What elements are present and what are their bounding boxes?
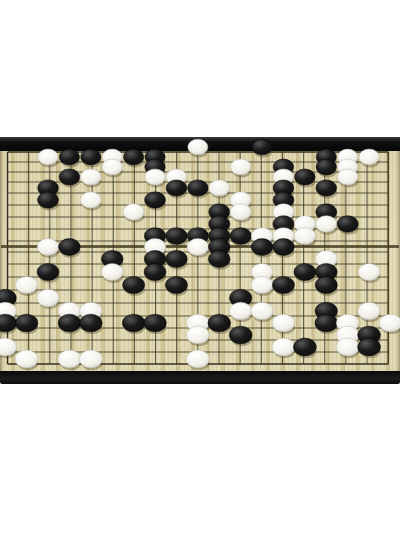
white-stone bbox=[230, 204, 251, 220]
black-stone bbox=[273, 239, 295, 256]
white-stone bbox=[359, 149, 379, 165]
black-stone bbox=[272, 276, 294, 293]
white-stone bbox=[37, 239, 59, 256]
white-stone bbox=[15, 350, 38, 368]
black-stone bbox=[166, 228, 187, 245]
white-stone bbox=[209, 180, 230, 196]
white-stone bbox=[379, 314, 400, 332]
white-stone bbox=[358, 302, 380, 319]
white-stone bbox=[80, 192, 101, 208]
white-stone bbox=[58, 350, 81, 368]
white-stone bbox=[188, 139, 208, 155]
black-stone bbox=[122, 314, 145, 332]
white-stone bbox=[186, 326, 209, 344]
black-stone bbox=[252, 139, 272, 155]
black-stone bbox=[144, 263, 166, 280]
black-stone bbox=[15, 314, 38, 332]
white-stone bbox=[16, 276, 38, 293]
white-stone bbox=[230, 159, 250, 175]
white-stone bbox=[316, 216, 337, 233]
white-stone bbox=[123, 204, 144, 220]
white-stone bbox=[251, 302, 273, 319]
black-stone bbox=[144, 314, 167, 332]
black-stone bbox=[230, 228, 251, 245]
black-stone bbox=[38, 192, 59, 208]
white-stone bbox=[337, 169, 358, 185]
white-stone bbox=[81, 169, 102, 185]
black-stone bbox=[58, 314, 81, 332]
black-stone bbox=[315, 276, 337, 293]
go-board bbox=[0, 0, 400, 540]
white-stone bbox=[37, 289, 59, 306]
white-stone bbox=[187, 239, 209, 256]
white-stone bbox=[358, 263, 380, 280]
white-stone bbox=[79, 350, 102, 368]
black-stone bbox=[295, 169, 316, 185]
white-stone bbox=[145, 169, 166, 185]
black-stone bbox=[81, 149, 101, 165]
white-stone bbox=[186, 350, 209, 368]
black-stone bbox=[166, 180, 187, 196]
black-stone bbox=[59, 239, 81, 256]
white-stone bbox=[272, 314, 295, 332]
black-stone bbox=[293, 338, 316, 356]
black-stone bbox=[80, 314, 103, 332]
white-stone bbox=[336, 338, 359, 356]
black-stone bbox=[37, 263, 59, 280]
black-stone bbox=[187, 180, 208, 196]
black-stone bbox=[123, 149, 143, 165]
white-stone bbox=[38, 149, 58, 165]
black-stone bbox=[229, 326, 252, 344]
black-stone bbox=[294, 263, 316, 280]
black-stone bbox=[59, 149, 79, 165]
black-stone bbox=[316, 159, 336, 175]
white-stone bbox=[272, 338, 295, 356]
black-stone bbox=[166, 251, 188, 268]
black-stone bbox=[208, 251, 230, 268]
black-stone bbox=[315, 314, 338, 332]
white-stone bbox=[251, 276, 273, 293]
black-stone bbox=[358, 338, 381, 356]
black-stone bbox=[165, 276, 187, 293]
black-stone bbox=[208, 314, 231, 332]
black-stone bbox=[337, 216, 358, 233]
white-stone bbox=[101, 263, 123, 280]
black-stone bbox=[59, 169, 80, 185]
black-stone bbox=[251, 239, 273, 256]
white-stone bbox=[102, 159, 122, 175]
black-stone bbox=[316, 180, 337, 196]
black-stone bbox=[123, 276, 145, 293]
go-board-product-photo bbox=[0, 0, 400, 540]
white-stone bbox=[294, 228, 315, 245]
black-stone bbox=[145, 192, 166, 208]
white-stone bbox=[229, 302, 251, 319]
